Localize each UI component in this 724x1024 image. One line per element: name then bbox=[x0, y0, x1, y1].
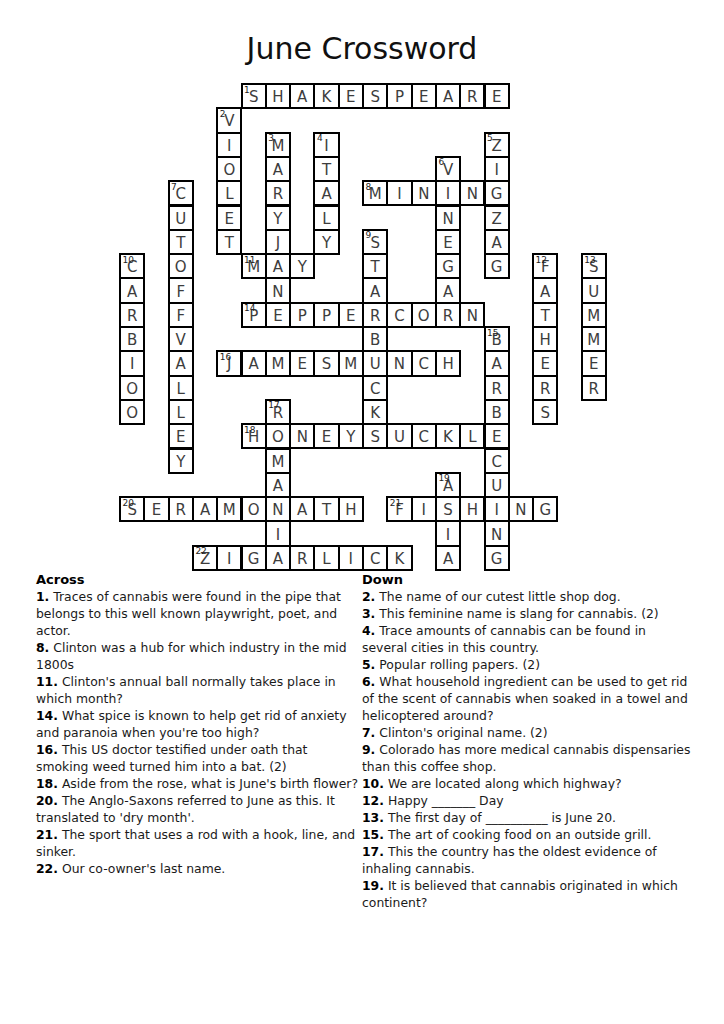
grid-cell[interactable]: A bbox=[484, 229, 510, 255]
across-clue-18: 18. Aside from the rose, what is June's … bbox=[36, 775, 361, 792]
grid-cell[interactable]: J16 bbox=[216, 350, 242, 376]
grid-cell[interactable]: Z5 bbox=[484, 132, 510, 158]
cell-letter: T bbox=[170, 231, 192, 253]
cell-letter: A bbox=[437, 279, 459, 301]
cell-letter: L bbox=[170, 401, 192, 423]
down-clue-12-number: 12. bbox=[362, 793, 384, 808]
cell-letter: G bbox=[486, 255, 508, 277]
cell-letter: E bbox=[486, 85, 508, 107]
grid-cell[interactable]: B15 bbox=[484, 326, 510, 352]
down-clue-3: 3. This feminine name is slang for canna… bbox=[362, 605, 694, 622]
down-clue-15: 15. The art of cooking food on an outsid… bbox=[362, 826, 694, 843]
grid-cell[interactable]: N bbox=[435, 205, 461, 231]
grid-cell[interactable]: R bbox=[581, 375, 607, 401]
cell-letter: E bbox=[218, 207, 240, 229]
grid-cell[interactable]: P bbox=[386, 83, 412, 109]
cell-letter: E bbox=[583, 352, 605, 374]
cell-letter: E bbox=[437, 231, 459, 253]
cell-letter: U bbox=[170, 207, 192, 229]
cell-letter: N bbox=[461, 182, 483, 204]
grid-cell[interactable]: I bbox=[216, 132, 242, 158]
grid-cell[interactable]: A bbox=[119, 277, 145, 303]
cell-letter: K bbox=[364, 401, 386, 423]
cell-letter: G bbox=[437, 255, 459, 277]
grid-cell[interactable]: L bbox=[216, 180, 242, 206]
cell-letter: H bbox=[267, 85, 289, 107]
across-clue-8: 8. Clinton was a hub for which industry … bbox=[36, 639, 361, 673]
down-clue-5-number: 5. bbox=[362, 657, 375, 672]
grid-cell[interactable]: L bbox=[313, 205, 339, 231]
clue-number: 6 bbox=[438, 158, 444, 167]
cell-letter: T bbox=[364, 255, 386, 277]
cell-letter: O bbox=[243, 498, 265, 520]
grid-cell[interactable]: N bbox=[265, 496, 291, 522]
grid-cell[interactable]: K bbox=[435, 423, 461, 449]
cell-letter: G bbox=[243, 547, 265, 569]
grid-cell[interactable]: H bbox=[459, 496, 485, 522]
grid-cell[interactable]: A bbox=[435, 277, 461, 303]
grid-cell[interactable]: A19 bbox=[435, 472, 461, 498]
cell-letter: U bbox=[583, 279, 605, 301]
grid-cell[interactable]: E bbox=[581, 350, 607, 376]
grid-cell[interactable]: S bbox=[362, 423, 388, 449]
cell-letter: E bbox=[413, 85, 435, 107]
grid-cell[interactable]: L bbox=[168, 399, 194, 425]
cell-letter: I bbox=[267, 522, 289, 544]
cell-letter: H bbox=[437, 352, 459, 374]
cell-letter: O bbox=[413, 304, 435, 326]
grid-cell[interactable]: I bbox=[265, 520, 291, 546]
cell-letter: T bbox=[534, 304, 556, 326]
cell-letter: A bbox=[267, 158, 289, 180]
cell-letter: K bbox=[437, 425, 459, 447]
grid-cell[interactable]: N bbox=[265, 277, 291, 303]
grid-cell[interactable]: A bbox=[241, 350, 267, 376]
grid-cell[interactable]: V6 bbox=[435, 156, 461, 182]
grid-cell[interactable]: A bbox=[289, 496, 315, 522]
cell-letter: E bbox=[315, 425, 337, 447]
grid-cell[interactable]: S bbox=[532, 399, 558, 425]
grid-cell[interactable]: S1 bbox=[241, 83, 267, 109]
clue-number: 18 bbox=[244, 426, 255, 435]
grid-cell[interactable]: K bbox=[313, 83, 339, 109]
grid-cell[interactable]: Y bbox=[168, 448, 194, 474]
cell-letter: S bbox=[364, 85, 386, 107]
cell-letter: L bbox=[170, 377, 192, 399]
grid-cell[interactable]: R bbox=[532, 375, 558, 401]
grid-cell[interactable]: A bbox=[265, 156, 291, 182]
cell-letter: R bbox=[121, 304, 143, 326]
grid-cell[interactable]: N bbox=[484, 520, 510, 546]
grid-cell[interactable]: E bbox=[411, 83, 437, 109]
clue-number: 21 bbox=[390, 499, 401, 508]
clue-number: 10 bbox=[123, 256, 134, 265]
grid-cell[interactable]: M bbox=[265, 350, 291, 376]
cell-letter: B bbox=[121, 328, 143, 350]
across-clues-list: 1. Traces of cannabis were found in the … bbox=[36, 588, 361, 877]
grid-cell[interactable]: H bbox=[435, 350, 461, 376]
grid-cell[interactable]: M8 bbox=[362, 180, 388, 206]
cell-letter: I bbox=[486, 498, 508, 520]
grid-cell[interactable]: A bbox=[289, 83, 315, 109]
grid-cell[interactable]: A bbox=[435, 545, 461, 571]
cell-letter: I bbox=[340, 547, 362, 569]
grid-cell[interactable]: T bbox=[532, 302, 558, 328]
grid-cell[interactable]: B bbox=[119, 326, 145, 352]
grid-cell[interactable]: A bbox=[362, 277, 388, 303]
cell-letter: U bbox=[486, 474, 508, 496]
grid-cell[interactable]: F12 bbox=[532, 253, 558, 279]
grid-cell[interactable]: R bbox=[265, 180, 291, 206]
cell-letter: U bbox=[388, 425, 410, 447]
grid-cell[interactable]: I bbox=[435, 520, 461, 546]
cell-letter: Y bbox=[315, 231, 337, 253]
grid-cell[interactable]: C7 bbox=[168, 180, 194, 206]
grid-cell[interactable]: I bbox=[411, 496, 437, 522]
cell-letter: I bbox=[437, 182, 459, 204]
cell-letter: T bbox=[218, 231, 240, 253]
grid-cell[interactable]: C bbox=[362, 375, 388, 401]
grid-cell[interactable]: U bbox=[386, 423, 412, 449]
cell-letter: A bbox=[267, 474, 289, 496]
clue-number: 20 bbox=[123, 499, 134, 508]
grid-cell[interactable]: F21 bbox=[386, 496, 412, 522]
down-clue-7: 7. Clinton's original name. (2) bbox=[362, 724, 694, 741]
grid-cell[interactable]: S bbox=[313, 350, 339, 376]
grid-cell[interactable]: I4 bbox=[313, 132, 339, 158]
cell-letter: L bbox=[315, 207, 337, 229]
cell-letter: N bbox=[510, 498, 532, 520]
grid-cell[interactable]: H bbox=[338, 496, 364, 522]
cell-letter: M bbox=[218, 498, 240, 520]
grid-cell[interactable]: E bbox=[168, 423, 194, 449]
down-clue-2-number: 2. bbox=[362, 589, 375, 604]
grid-cell[interactable]: M bbox=[265, 448, 291, 474]
grid-cell[interactable]: R bbox=[484, 375, 510, 401]
grid-cell[interactable]: P bbox=[289, 302, 315, 328]
cell-letter: L bbox=[218, 182, 240, 204]
grid-cell[interactable]: T bbox=[313, 496, 339, 522]
grid-cell[interactable]: O bbox=[265, 423, 291, 449]
grid-cell[interactable]: R bbox=[119, 302, 145, 328]
cell-letter: H bbox=[340, 498, 362, 520]
grid-cell[interactable]: R bbox=[435, 302, 461, 328]
cell-letter: M bbox=[267, 352, 289, 374]
clue-number: 15 bbox=[487, 329, 498, 338]
cell-letter: A bbox=[486, 231, 508, 253]
grid-cell[interactable]: A bbox=[265, 253, 291, 279]
cell-letter: C bbox=[486, 450, 508, 472]
grid-cell[interactable]: G bbox=[435, 253, 461, 279]
grid-cell[interactable]: B bbox=[362, 326, 388, 352]
grid-cell[interactable]: Y bbox=[265, 205, 291, 231]
grid-cell[interactable]: N bbox=[459, 302, 485, 328]
cell-letter: N bbox=[291, 425, 313, 447]
cell-letter: A bbox=[267, 547, 289, 569]
cell-letter: B bbox=[364, 328, 386, 350]
grid-cell[interactable]: U bbox=[168, 205, 194, 231]
down-clue-13: 13. The first day of __________ is June … bbox=[362, 809, 694, 826]
grid-cell[interactable]: Y bbox=[289, 253, 315, 279]
grid-cell[interactable]: P14 bbox=[241, 302, 267, 328]
cell-letter: A bbox=[437, 547, 459, 569]
cell-letter: P bbox=[315, 304, 337, 326]
clue-number: 13 bbox=[584, 256, 595, 265]
cell-letter: G bbox=[486, 182, 508, 204]
down-clue-13-number: 13. bbox=[362, 810, 384, 825]
cell-letter: A bbox=[486, 352, 508, 374]
crossword-grid: S1HAKESPEAREV2IM3I4Z5OATV6IC7LRAM8ININGU… bbox=[119, 83, 608, 572]
cell-letter: G bbox=[534, 498, 556, 520]
cell-letter: A bbox=[437, 85, 459, 107]
grid-cell[interactable]: E bbox=[143, 496, 169, 522]
grid-cell[interactable]: L bbox=[459, 423, 485, 449]
down-clue-6: 6. What household ingredient can be used… bbox=[362, 673, 694, 724]
across-clue-14: 14. What spice is known to help get rid … bbox=[36, 707, 361, 741]
grid-cell[interactable]: I bbox=[119, 350, 145, 376]
grid-cell[interactable]: I bbox=[386, 180, 412, 206]
grid-cell[interactable]: R17 bbox=[265, 399, 291, 425]
cell-letter: A bbox=[267, 255, 289, 277]
cell-letter: A bbox=[291, 85, 313, 107]
cell-letter: M bbox=[583, 304, 605, 326]
grid-cell[interactable]: A bbox=[532, 277, 558, 303]
down-clue-9: 9. Colorado has more medical cannabis di… bbox=[362, 741, 694, 775]
grid-cell[interactable]: O bbox=[216, 156, 242, 182]
down-clue-12: 12. Happy _______ Day bbox=[362, 792, 694, 809]
grid-cell[interactable]: G bbox=[484, 545, 510, 571]
cell-letter: H bbox=[534, 328, 556, 350]
grid-cell[interactable]: E bbox=[313, 423, 339, 449]
grid-cell[interactable]: H bbox=[532, 326, 558, 352]
cell-letter: C bbox=[364, 547, 386, 569]
grid-cell[interactable]: E bbox=[532, 350, 558, 376]
cell-letter: A bbox=[121, 279, 143, 301]
grid-cell[interactable]: S13 bbox=[581, 253, 607, 279]
cell-letter: F bbox=[170, 304, 192, 326]
across-clue-22: 22. Our co-owner's last name. bbox=[36, 860, 361, 877]
clue-number: 4 bbox=[317, 134, 323, 143]
clue-number: 9 bbox=[366, 231, 372, 240]
grid-cell[interactable]: C bbox=[411, 350, 437, 376]
grid-cell[interactable]: H bbox=[265, 83, 291, 109]
grid-cell[interactable]: Z22 bbox=[192, 545, 218, 571]
grid-cell[interactable]: S20 bbox=[119, 496, 145, 522]
down-clues-section: Down 2. The name of our cutest little sh… bbox=[362, 571, 694, 911]
grid-cell[interactable]: E bbox=[265, 302, 291, 328]
across-clue-16-number: 16. bbox=[36, 742, 58, 757]
grid-cell[interactable]: L bbox=[168, 375, 194, 401]
grid-cell[interactable]: K bbox=[362, 399, 388, 425]
down-clues-list: 2. The name of our cutest little shop do… bbox=[362, 588, 694, 911]
grid-cell[interactable]: B bbox=[484, 399, 510, 425]
cell-letter: E bbox=[340, 304, 362, 326]
grid-cell[interactable]: O bbox=[411, 302, 437, 328]
grid-cell[interactable]: I bbox=[435, 180, 461, 206]
grid-cell[interactable]: V bbox=[168, 326, 194, 352]
cell-letter: R bbox=[437, 304, 459, 326]
down-clue-17: 17. This the country has the oldest evid… bbox=[362, 843, 694, 877]
grid-cell[interactable]: E bbox=[216, 205, 242, 231]
across-clue-20-number: 20. bbox=[36, 793, 58, 808]
grid-cell[interactable]: U bbox=[581, 277, 607, 303]
grid-cell[interactable]: R bbox=[168, 496, 194, 522]
grid-cell[interactable]: C10 bbox=[119, 253, 145, 279]
down-clue-19: 19. It is believed that cannabis origina… bbox=[362, 877, 694, 911]
grid-cell[interactable]: A bbox=[168, 350, 194, 376]
grid-cell[interactable]: T bbox=[313, 156, 339, 182]
grid-cell[interactable]: T bbox=[362, 253, 388, 279]
grid-cell[interactable]: J bbox=[265, 229, 291, 255]
cell-letter: M bbox=[267, 450, 289, 472]
grid-cell[interactable]: T bbox=[216, 229, 242, 255]
grid-cell[interactable]: A bbox=[484, 350, 510, 376]
grid-cell[interactable]: N bbox=[386, 350, 412, 376]
grid-cell[interactable]: S bbox=[362, 83, 388, 109]
cell-letter: A bbox=[364, 279, 386, 301]
cell-letter: L bbox=[461, 425, 483, 447]
across-clue-22-number: 22. bbox=[36, 861, 58, 876]
down-clue-10-number: 10. bbox=[362, 776, 384, 791]
grid-cell[interactable]: I bbox=[338, 545, 364, 571]
cell-letter: R bbox=[534, 377, 556, 399]
clue-number: 5 bbox=[487, 134, 493, 143]
grid-cell[interactable]: F bbox=[168, 302, 194, 328]
grid-cell[interactable]: M11 bbox=[241, 253, 267, 279]
cell-letter: I bbox=[437, 522, 459, 544]
cell-letter: A bbox=[170, 352, 192, 374]
clue-number: 17 bbox=[268, 401, 279, 410]
grid-cell[interactable]: T bbox=[168, 229, 194, 255]
grid-cell[interactable]: Z bbox=[484, 205, 510, 231]
across-clues-section: Across 1. Traces of cannabis were found … bbox=[36, 571, 361, 877]
cell-letter: I bbox=[218, 134, 240, 156]
cell-letter: P bbox=[291, 304, 313, 326]
grid-cell[interactable]: A bbox=[265, 545, 291, 571]
cell-letter: L bbox=[315, 547, 337, 569]
grid-cell[interactable]: R bbox=[459, 83, 485, 109]
cell-letter: B bbox=[486, 401, 508, 423]
grid-cell[interactable]: M3 bbox=[265, 132, 291, 158]
cell-letter: I bbox=[486, 158, 508, 180]
cell-letter: O bbox=[121, 377, 143, 399]
cell-letter: N bbox=[388, 352, 410, 374]
grid-cell[interactable]: M bbox=[581, 326, 607, 352]
grid-cell[interactable]: V2 bbox=[216, 107, 242, 133]
grid-cell[interactable]: R bbox=[362, 302, 388, 328]
grid-cell[interactable]: P bbox=[313, 302, 339, 328]
grid-cell[interactable]: E bbox=[338, 83, 364, 109]
cell-letter: T bbox=[315, 498, 337, 520]
grid-cell[interactable]: M bbox=[581, 302, 607, 328]
cell-letter: N bbox=[486, 522, 508, 544]
cell-letter: R bbox=[267, 182, 289, 204]
grid-cell[interactable]: F bbox=[168, 277, 194, 303]
grid-cell[interactable]: N bbox=[459, 180, 485, 206]
grid-cell[interactable]: U bbox=[484, 472, 510, 498]
clue-number: 3 bbox=[268, 134, 274, 143]
grid-cell[interactable]: G bbox=[241, 545, 267, 571]
grid-cell[interactable]: A bbox=[192, 496, 218, 522]
grid-cell[interactable]: G bbox=[484, 253, 510, 279]
grid-cell[interactable]: C bbox=[411, 423, 437, 449]
grid-cell[interactable]: C bbox=[362, 545, 388, 571]
grid-cell[interactable]: I bbox=[216, 545, 242, 571]
grid-cell[interactable]: E bbox=[338, 302, 364, 328]
grid-cell[interactable]: I bbox=[484, 156, 510, 182]
across-clue-20: 20. The Anglo-Saxons referred to June as… bbox=[36, 792, 361, 826]
cell-letter: C bbox=[413, 352, 435, 374]
grid-cell[interactable]: E bbox=[289, 350, 315, 376]
grid-cell[interactable]: Y bbox=[313, 229, 339, 255]
grid-cell[interactable]: U bbox=[362, 350, 388, 376]
cell-letter: R bbox=[486, 377, 508, 399]
across-clue-21: 21. The sport that uses a rod with a hoo… bbox=[36, 826, 361, 860]
down-clue-4: 4. Trace amounts of cannabis can be foun… bbox=[362, 622, 694, 656]
grid-cell[interactable]: M bbox=[216, 496, 242, 522]
grid-cell[interactable]: S9 bbox=[362, 229, 388, 255]
cell-letter: E bbox=[291, 352, 313, 374]
grid-cell[interactable]: O bbox=[168, 253, 194, 279]
clue-number: 7 bbox=[171, 183, 177, 192]
cell-letter: E bbox=[145, 498, 167, 520]
grid-cell[interactable]: C bbox=[484, 448, 510, 474]
grid-cell[interactable]: E bbox=[484, 423, 510, 449]
grid-cell[interactable]: O bbox=[119, 375, 145, 401]
cell-letter: N bbox=[437, 207, 459, 229]
grid-cell[interactable]: E bbox=[484, 83, 510, 109]
cell-letter: K bbox=[315, 85, 337, 107]
grid-cell[interactable]: L bbox=[313, 545, 339, 571]
grid-cell[interactable]: A bbox=[265, 472, 291, 498]
cell-letter: O bbox=[121, 401, 143, 423]
across-clue-16: 16. This US doctor testified under oath … bbox=[36, 741, 361, 775]
cell-letter: S bbox=[315, 352, 337, 374]
grid-cell[interactable]: S bbox=[435, 496, 461, 522]
cell-letter: C bbox=[388, 304, 410, 326]
grid-cell[interactable]: A bbox=[435, 83, 461, 109]
grid-cell[interactable]: E bbox=[435, 229, 461, 255]
cell-letter: H bbox=[461, 498, 483, 520]
down-clue-4-number: 4. bbox=[362, 623, 375, 638]
grid-cell[interactable]: N bbox=[411, 180, 437, 206]
cell-letter: R bbox=[583, 377, 605, 399]
grid-cell[interactable]: I bbox=[484, 496, 510, 522]
cell-letter: A bbox=[243, 352, 265, 374]
grid-cell[interactable]: H18 bbox=[241, 423, 267, 449]
clue-number: 2 bbox=[220, 110, 226, 119]
grid-cell[interactable]: R bbox=[289, 545, 315, 571]
grid-cell[interactable]: A bbox=[313, 180, 339, 206]
across-clue-21-number: 21. bbox=[36, 827, 58, 842]
grid-cell[interactable]: G bbox=[532, 496, 558, 522]
grid-cell[interactable]: Y bbox=[338, 423, 364, 449]
grid-cell[interactable]: K bbox=[386, 545, 412, 571]
cell-letter: N bbox=[267, 279, 289, 301]
grid-cell[interactable]: N bbox=[289, 423, 315, 449]
grid-cell[interactable]: G bbox=[484, 180, 510, 206]
grid-cell[interactable]: M bbox=[338, 350, 364, 376]
cell-letter: C bbox=[413, 425, 435, 447]
cell-letter: Y bbox=[267, 207, 289, 229]
grid-cell[interactable]: O bbox=[241, 496, 267, 522]
grid-cell[interactable]: C bbox=[386, 302, 412, 328]
across-header: Across bbox=[36, 571, 361, 588]
grid-cell[interactable]: N bbox=[508, 496, 534, 522]
grid-cell[interactable]: O bbox=[119, 399, 145, 425]
cell-letter: U bbox=[364, 352, 386, 374]
cell-letter: A bbox=[315, 182, 337, 204]
